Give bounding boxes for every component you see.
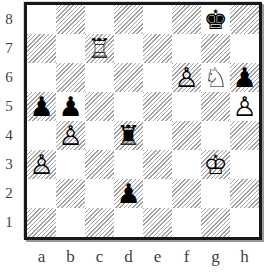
file-label-c: c [85, 246, 114, 268]
square-c5[interactable] [85, 92, 114, 121]
rank-label-6: 6 [0, 63, 18, 92]
square-d5[interactable] [114, 92, 143, 121]
square-g7[interactable] [201, 34, 230, 63]
rank-label-4: 4 [0, 121, 18, 150]
piece-white-pawn[interactable]: ♙ [27, 150, 56, 179]
square-e2[interactable] [143, 179, 172, 208]
file-label-h: h [230, 246, 259, 268]
file-label-d: d [114, 246, 143, 268]
square-e8[interactable] [143, 5, 172, 34]
piece-white-king[interactable]: ♔ [201, 150, 230, 179]
square-g3[interactable]: ♔ [201, 150, 230, 179]
file-label-e: e [143, 246, 172, 268]
square-h7[interactable] [230, 34, 259, 63]
square-h4[interactable] [230, 121, 259, 150]
file-label-b: b [56, 246, 85, 268]
rank-label-2: 2 [0, 179, 18, 208]
square-b8[interactable] [56, 5, 85, 34]
square-h6[interactable]: ♟ [230, 63, 259, 92]
square-g2[interactable] [201, 179, 230, 208]
square-d8[interactable] [114, 5, 143, 34]
rank-label-8: 8 [0, 5, 18, 34]
chess-diagram: 87654321 ♚♖♙♘♟♟♟♙♙♜♙♔♟ abcdefgh [0, 0, 272, 273]
square-a8[interactable] [27, 5, 56, 34]
piece-white-pawn[interactable]: ♙ [56, 121, 85, 150]
square-b4[interactable]: ♙ [56, 121, 85, 150]
square-f6[interactable]: ♙ [172, 63, 201, 92]
square-e1[interactable] [143, 208, 172, 237]
piece-black-pawn[interactable]: ♟ [114, 179, 143, 208]
square-h5[interactable]: ♙ [230, 92, 259, 121]
square-c2[interactable] [85, 179, 114, 208]
square-f3[interactable] [172, 150, 201, 179]
square-e6[interactable] [143, 63, 172, 92]
square-a4[interactable] [27, 121, 56, 150]
square-f7[interactable] [172, 34, 201, 63]
rank-label-3: 3 [0, 150, 18, 179]
square-d3[interactable] [114, 150, 143, 179]
square-a2[interactable] [27, 179, 56, 208]
rank-label-7: 7 [0, 34, 18, 63]
square-d7[interactable] [114, 34, 143, 63]
square-f5[interactable] [172, 92, 201, 121]
square-e5[interactable] [143, 92, 172, 121]
square-g4[interactable] [201, 121, 230, 150]
square-h3[interactable] [230, 150, 259, 179]
square-b2[interactable] [56, 179, 85, 208]
piece-black-pawn[interactable]: ♟ [27, 92, 56, 121]
square-c7[interactable]: ♖ [85, 34, 114, 63]
file-label-a: a [27, 246, 56, 268]
square-g5[interactable] [201, 92, 230, 121]
piece-white-rook[interactable]: ♖ [85, 34, 114, 63]
piece-white-pawn[interactable]: ♙ [230, 92, 259, 121]
square-f4[interactable] [172, 121, 201, 150]
square-a3[interactable]: ♙ [27, 150, 56, 179]
piece-black-rook[interactable]: ♜ [114, 121, 143, 150]
square-c8[interactable] [85, 5, 114, 34]
rank-label-1: 1 [0, 208, 18, 237]
square-a1[interactable] [27, 208, 56, 237]
square-a6[interactable] [27, 63, 56, 92]
chess-board[interactable]: ♚♖♙♘♟♟♟♙♙♜♙♔♟ [24, 2, 262, 240]
file-label-g: g [201, 246, 230, 268]
square-b6[interactable] [56, 63, 85, 92]
square-c3[interactable] [85, 150, 114, 179]
piece-white-knight[interactable]: ♘ [201, 63, 230, 92]
square-d2[interactable]: ♟ [114, 179, 143, 208]
square-c6[interactable] [85, 63, 114, 92]
square-d6[interactable] [114, 63, 143, 92]
file-label-f: f [172, 246, 201, 268]
square-f8[interactable] [172, 5, 201, 34]
square-d4[interactable]: ♜ [114, 121, 143, 150]
square-e4[interactable] [143, 121, 172, 150]
square-a7[interactable] [27, 34, 56, 63]
piece-white-pawn[interactable]: ♙ [172, 63, 201, 92]
square-e7[interactable] [143, 34, 172, 63]
square-g6[interactable]: ♘ [201, 63, 230, 92]
square-d1[interactable] [114, 208, 143, 237]
square-b3[interactable] [56, 150, 85, 179]
piece-black-pawn[interactable]: ♟ [230, 63, 259, 92]
square-g8[interactable]: ♚ [201, 5, 230, 34]
rank-label-5: 5 [0, 92, 18, 121]
square-h8[interactable] [230, 5, 259, 34]
square-g1[interactable] [201, 208, 230, 237]
piece-black-king[interactable]: ♚ [201, 5, 230, 34]
square-h1[interactable] [230, 208, 259, 237]
square-c4[interactable] [85, 121, 114, 150]
square-c1[interactable] [85, 208, 114, 237]
square-f1[interactable] [172, 208, 201, 237]
square-f2[interactable] [172, 179, 201, 208]
square-b1[interactable] [56, 208, 85, 237]
square-h2[interactable] [230, 179, 259, 208]
square-b7[interactable] [56, 34, 85, 63]
square-a5[interactable]: ♟ [27, 92, 56, 121]
square-e3[interactable] [143, 150, 172, 179]
piece-black-pawn[interactable]: ♟ [56, 92, 85, 121]
square-b5[interactable]: ♟ [56, 92, 85, 121]
